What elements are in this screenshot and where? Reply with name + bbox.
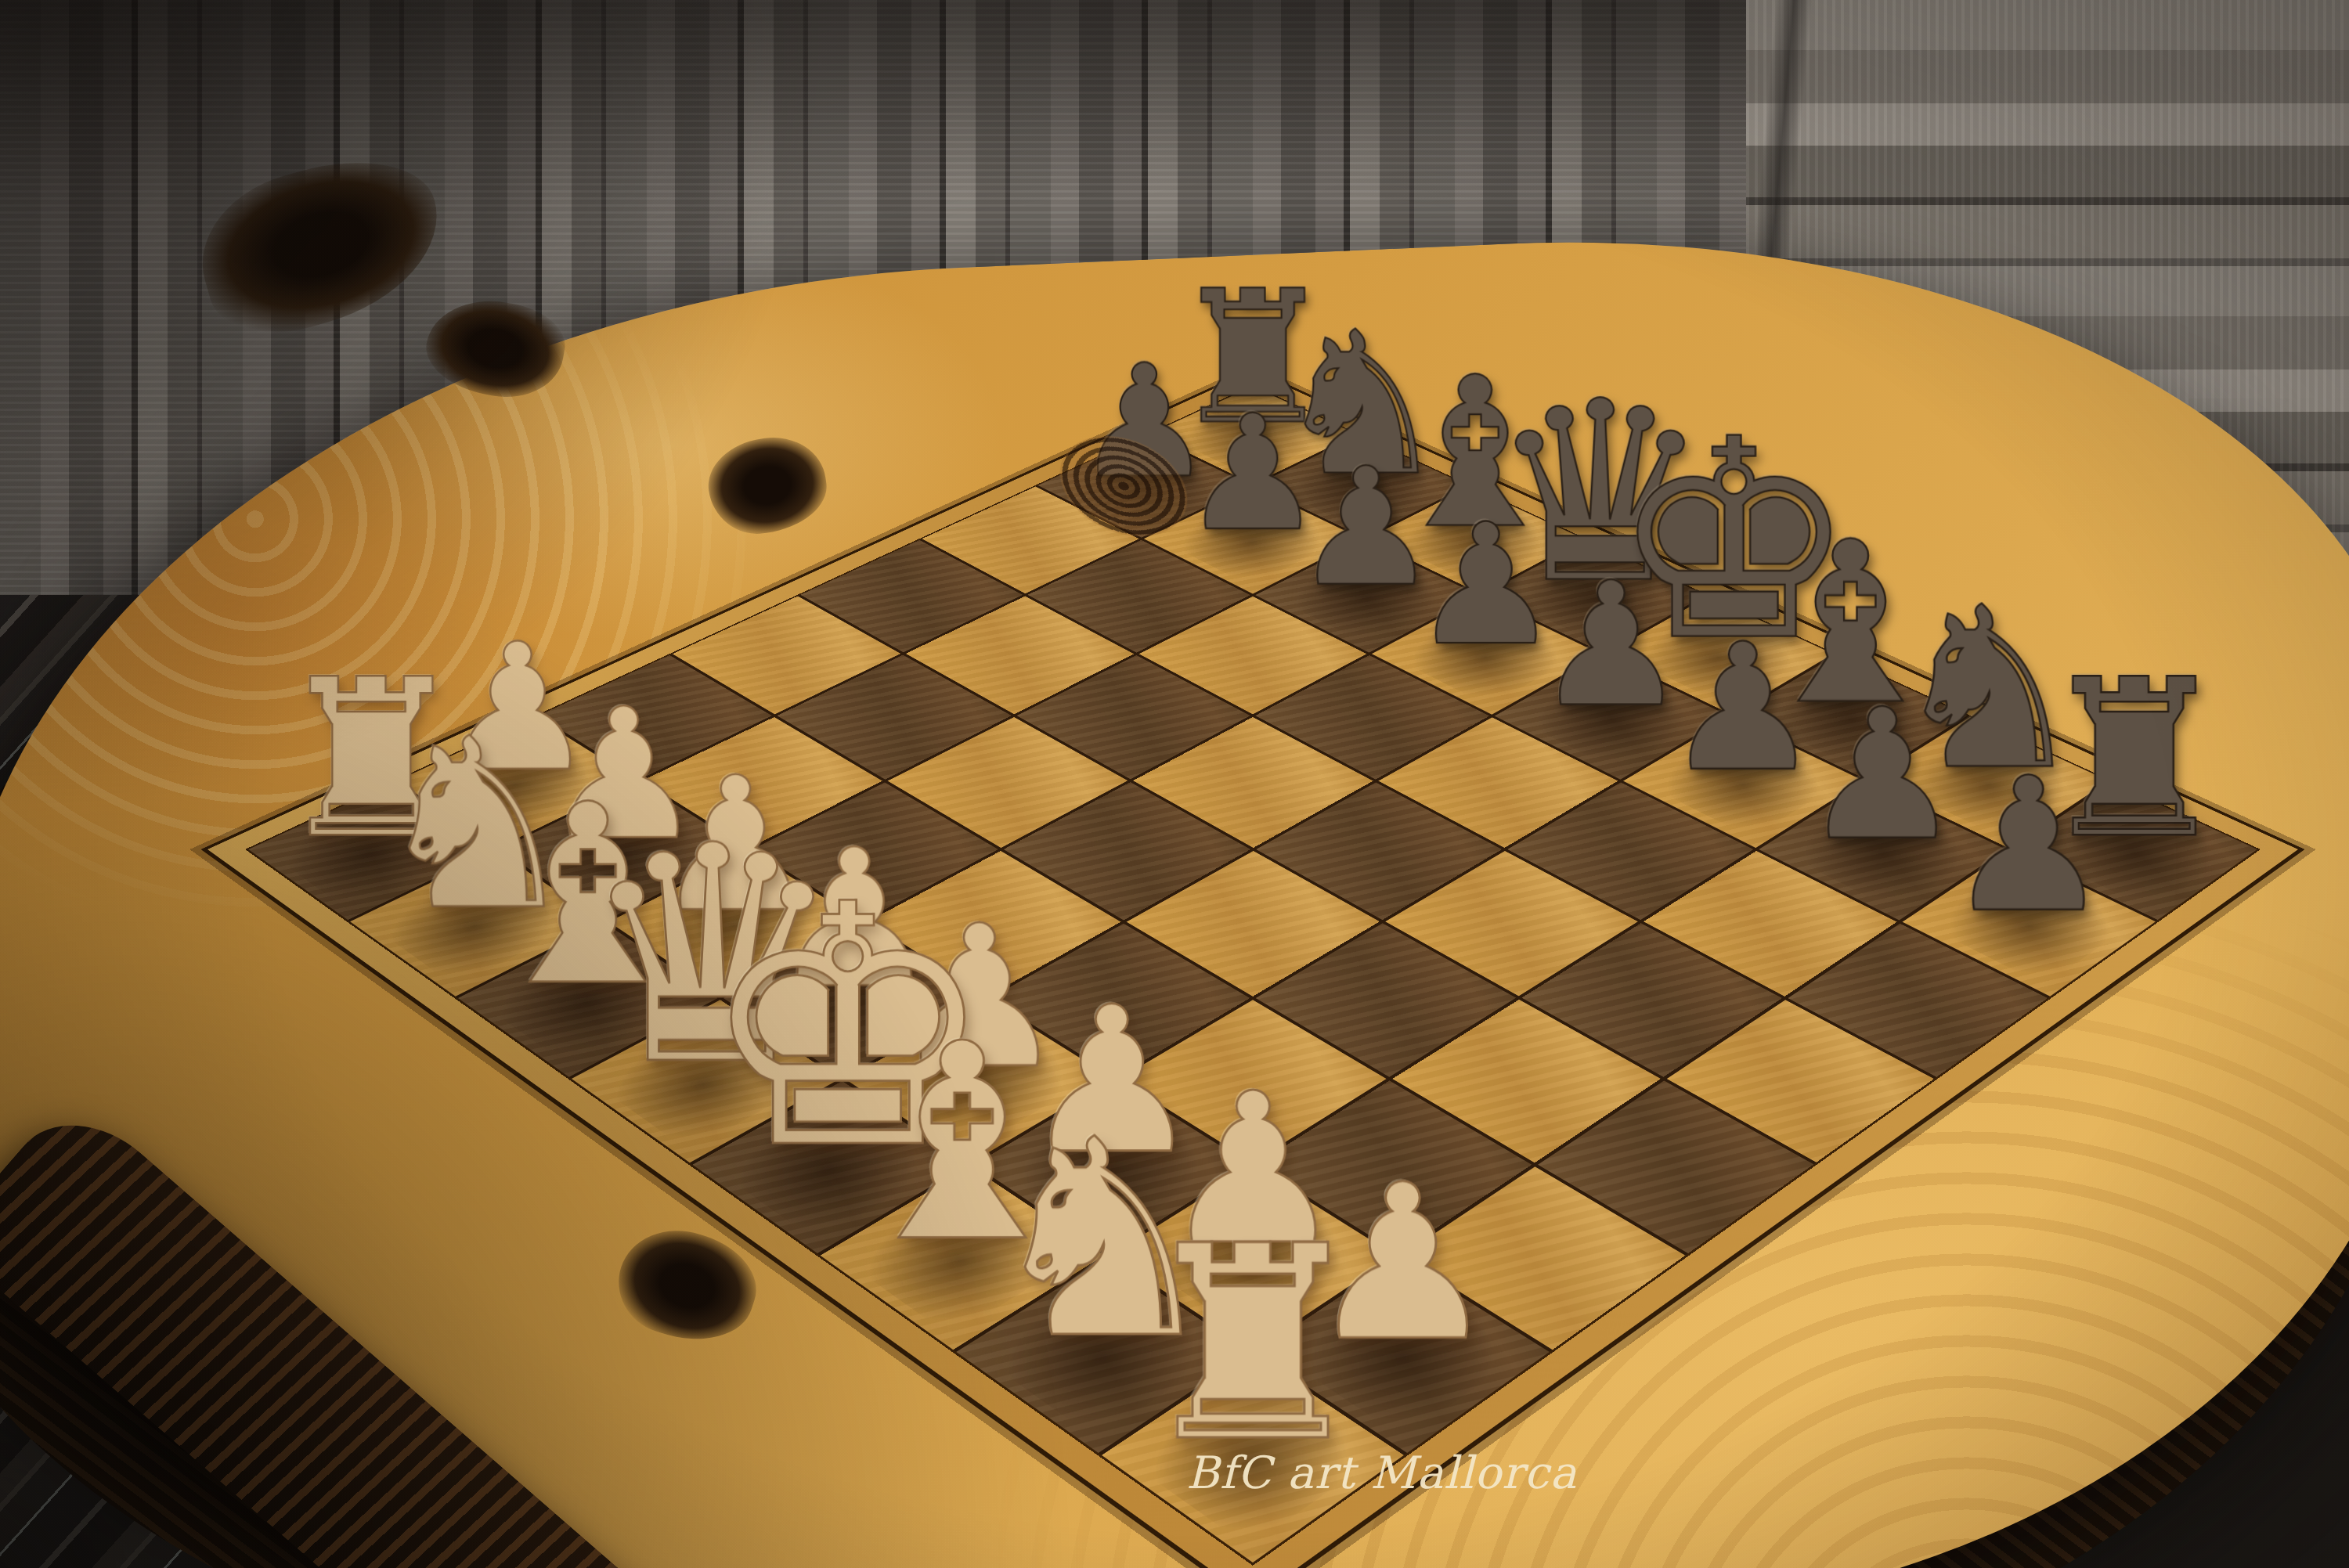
watermark-text: BfC art Mallorca <box>1186 1447 1577 1498</box>
photo-scene: ♜♟♟♜♞♟♟♞♝♟♟♝♛♟♟♛♚♟♟♚♝♟♟♝♞♟♟♞♜♟♟♜ BfC art… <box>0 0 2349 1568</box>
